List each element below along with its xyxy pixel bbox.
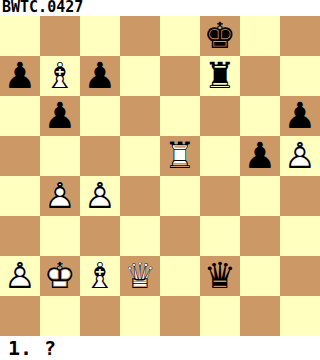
square-f6[interactable] bbox=[200, 96, 240, 136]
white-pawn-piece[interactable]: ♟♙ bbox=[80, 176, 120, 216]
square-h6[interactable]: ♟ bbox=[280, 96, 320, 136]
square-e5[interactable]: ♜♖ bbox=[160, 136, 200, 176]
white-rook-piece[interactable]: ♜♖ bbox=[160, 136, 200, 176]
white-pawn-piece[interactable]: ♟♙ bbox=[280, 136, 320, 176]
black-pawn-piece[interactable]: ♟ bbox=[0, 56, 40, 96]
white-piece-outline: ♗ bbox=[44, 56, 76, 96]
square-a7[interactable]: ♟ bbox=[0, 56, 40, 96]
black-piece-glyph: ♟ bbox=[244, 136, 276, 176]
square-d5[interactable] bbox=[120, 136, 160, 176]
square-a3[interactable] bbox=[0, 216, 40, 256]
square-d1[interactable] bbox=[120, 296, 160, 336]
square-d8[interactable] bbox=[120, 16, 160, 56]
square-b4[interactable]: ♟♙ bbox=[40, 176, 80, 216]
square-e7[interactable] bbox=[160, 56, 200, 96]
square-g3[interactable] bbox=[240, 216, 280, 256]
square-c1[interactable] bbox=[80, 296, 120, 336]
white-piece-outline: ♙ bbox=[4, 256, 36, 296]
black-piece-glyph: ♟ bbox=[4, 56, 36, 96]
square-d3[interactable] bbox=[120, 216, 160, 256]
white-bishop-piece[interactable]: ♝♗ bbox=[80, 256, 120, 296]
black-rook-piece[interactable]: ♜ bbox=[200, 56, 240, 96]
white-piece-outline: ♙ bbox=[284, 136, 316, 176]
black-piece-glyph: ♛ bbox=[204, 256, 236, 296]
square-b3[interactable] bbox=[40, 216, 80, 256]
square-g5[interactable]: ♟ bbox=[240, 136, 280, 176]
black-piece-glyph: ♚ bbox=[204, 16, 236, 56]
square-h8[interactable] bbox=[280, 16, 320, 56]
square-f1[interactable] bbox=[200, 296, 240, 336]
square-g4[interactable] bbox=[240, 176, 280, 216]
square-g8[interactable] bbox=[240, 16, 280, 56]
square-g2[interactable] bbox=[240, 256, 280, 296]
white-pawn-piece[interactable]: ♟♙ bbox=[40, 176, 80, 216]
white-piece-outline: ♙ bbox=[84, 176, 116, 216]
square-h3[interactable] bbox=[280, 216, 320, 256]
square-e4[interactable] bbox=[160, 176, 200, 216]
square-f4[interactable] bbox=[200, 176, 240, 216]
square-b1[interactable] bbox=[40, 296, 80, 336]
square-d7[interactable] bbox=[120, 56, 160, 96]
white-piece-outline: ♗ bbox=[84, 256, 116, 296]
square-f8[interactable]: ♚ bbox=[200, 16, 240, 56]
white-bishop-piece[interactable]: ♝♗ bbox=[40, 56, 80, 96]
square-e6[interactable] bbox=[160, 96, 200, 136]
black-king-piece[interactable]: ♚ bbox=[200, 16, 240, 56]
square-e3[interactable] bbox=[160, 216, 200, 256]
square-a5[interactable] bbox=[0, 136, 40, 176]
white-piece-outline: ♕ bbox=[124, 256, 156, 296]
white-piece-outline: ♔ bbox=[44, 256, 76, 296]
white-pawn-piece[interactable]: ♟♙ bbox=[0, 256, 40, 296]
chess-diagram-window: BWTC.0427 ♚♟♝♗♟♜♟♟♜♖♟♟♙♟♙♟♙♟♙♚♔♝♗♛♕♛ 1. … bbox=[0, 0, 320, 360]
square-b6[interactable]: ♟ bbox=[40, 96, 80, 136]
black-queen-piece[interactable]: ♛ bbox=[200, 256, 240, 296]
square-g6[interactable] bbox=[240, 96, 280, 136]
white-piece-outline: ♖ bbox=[164, 136, 196, 176]
black-piece-glyph: ♜ bbox=[204, 56, 236, 96]
square-a1[interactable] bbox=[0, 296, 40, 336]
square-a2[interactable]: ♟♙ bbox=[0, 256, 40, 296]
square-c7[interactable]: ♟ bbox=[80, 56, 120, 96]
square-h4[interactable] bbox=[280, 176, 320, 216]
square-c4[interactable]: ♟♙ bbox=[80, 176, 120, 216]
square-d4[interactable] bbox=[120, 176, 160, 216]
diagram-title: BWTC.0427 bbox=[0, 0, 320, 16]
square-b2[interactable]: ♚♔ bbox=[40, 256, 80, 296]
black-piece-glyph: ♟ bbox=[84, 56, 116, 96]
square-f2[interactable]: ♛ bbox=[200, 256, 240, 296]
square-b5[interactable] bbox=[40, 136, 80, 176]
square-e2[interactable] bbox=[160, 256, 200, 296]
black-pawn-piece[interactable]: ♟ bbox=[40, 96, 80, 136]
square-c2[interactable]: ♝♗ bbox=[80, 256, 120, 296]
square-c8[interactable] bbox=[80, 16, 120, 56]
square-g1[interactable] bbox=[240, 296, 280, 336]
square-c5[interactable] bbox=[80, 136, 120, 176]
square-a6[interactable] bbox=[0, 96, 40, 136]
square-b8[interactable] bbox=[40, 16, 80, 56]
black-piece-glyph: ♟ bbox=[44, 96, 76, 136]
chess-board: ♚♟♝♗♟♜♟♟♜♖♟♟♙♟♙♟♙♟♙♚♔♝♗♛♕♛ bbox=[0, 16, 320, 336]
square-c6[interactable] bbox=[80, 96, 120, 136]
square-e1[interactable] bbox=[160, 296, 200, 336]
square-a8[interactable] bbox=[0, 16, 40, 56]
white-piece-outline: ♙ bbox=[44, 176, 76, 216]
square-h1[interactable] bbox=[280, 296, 320, 336]
square-f3[interactable] bbox=[200, 216, 240, 256]
black-piece-glyph: ♟ bbox=[284, 96, 316, 136]
square-f5[interactable] bbox=[200, 136, 240, 176]
square-h2[interactable] bbox=[280, 256, 320, 296]
black-pawn-piece[interactable]: ♟ bbox=[80, 56, 120, 96]
square-b7[interactable]: ♝♗ bbox=[40, 56, 80, 96]
square-d2[interactable]: ♛♕ bbox=[120, 256, 160, 296]
white-king-piece[interactable]: ♚♔ bbox=[40, 256, 80, 296]
square-e8[interactable] bbox=[160, 16, 200, 56]
square-c3[interactable] bbox=[80, 216, 120, 256]
black-pawn-piece[interactable]: ♟ bbox=[280, 96, 320, 136]
move-prompt: 1. ? bbox=[0, 336, 320, 360]
white-queen-piece[interactable]: ♛♕ bbox=[120, 256, 160, 296]
square-f7[interactable]: ♜ bbox=[200, 56, 240, 96]
square-d6[interactable] bbox=[120, 96, 160, 136]
square-g7[interactable] bbox=[240, 56, 280, 96]
square-a4[interactable] bbox=[0, 176, 40, 216]
black-pawn-piece[interactable]: ♟ bbox=[240, 136, 280, 176]
square-h5[interactable]: ♟♙ bbox=[280, 136, 320, 176]
square-h7[interactable] bbox=[280, 56, 320, 96]
